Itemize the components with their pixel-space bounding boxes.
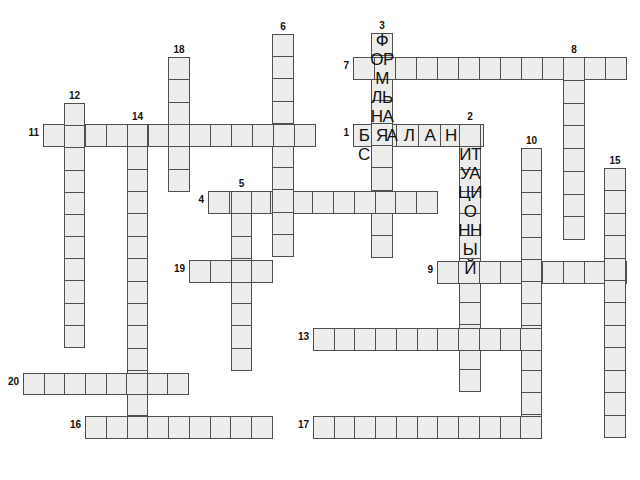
cell-14-5[interactable] [128, 214, 147, 235]
cell-4-3[interactable] [251, 192, 271, 213]
cell-12-4[interactable] [65, 171, 84, 192]
cell-9-8[interactable] [585, 262, 605, 283]
answer-word-1-4: А [425, 127, 436, 145]
clue-number-7: 7 [343, 61, 349, 71]
cell-7-13[interactable] [606, 58, 626, 79]
cell-10-11[interactable] [522, 371, 541, 392]
answer-word-2: ИТУАЦИОННЫЙ [458, 145, 482, 278]
clue-number-10: 10 [526, 136, 537, 146]
cell-17-3[interactable] [355, 417, 375, 438]
cell-7-6[interactable] [459, 58, 479, 79]
cell-7-12[interactable] [585, 58, 605, 79]
cell-2-9[interactable] [460, 303, 480, 324]
clue-number-2: 2 [467, 112, 473, 122]
cell-19-1[interactable] [190, 261, 210, 282]
cell-20-6[interactable] [127, 374, 147, 394]
cell-3-7[interactable] [372, 168, 392, 189]
cell-18-5[interactable] [169, 147, 189, 168]
cell-2-12[interactable] [460, 370, 480, 391]
cell-15-4[interactable] [605, 236, 625, 257]
cell-5-6[interactable] [232, 304, 251, 325]
cell-10-12[interactable] [522, 393, 541, 414]
answer-word-1-3: Л [404, 127, 415, 145]
cell-12-1[interactable] [65, 104, 84, 125]
cell-13-11[interactable] [521, 329, 541, 350]
cell-6-6[interactable] [273, 146, 293, 167]
cell-13-5[interactable] [397, 329, 417, 350]
cell-12-10[interactable] [65, 304, 84, 325]
cell-11-11[interactable] [253, 125, 273, 146]
cell-16-1[interactable] [86, 417, 106, 438]
cell-6-10[interactable] [273, 235, 293, 256]
cell-4-6[interactable] [313, 192, 333, 213]
cell-10-3[interactable] [522, 193, 541, 214]
cell-15-2[interactable] [605, 191, 625, 212]
clue-number-19: 19 [174, 264, 185, 274]
cell-20-8[interactable] [168, 374, 188, 394]
clue-number-11: 11 [28, 128, 39, 138]
cell-10-1[interactable] [522, 149, 541, 170]
word-13-across [313, 328, 542, 351]
word-8-down [563, 57, 585, 240]
cell-6-4[interactable] [273, 102, 293, 123]
answer-word-1-2: А [387, 127, 398, 145]
cell-20-5[interactable] [107, 374, 127, 394]
cell-12-5[interactable] [65, 193, 84, 214]
cell-4-11[interactable] [417, 192, 437, 213]
cell-14-6[interactable] [128, 237, 147, 258]
cell-11-10[interactable] [232, 125, 252, 146]
cell-5-1[interactable] [232, 192, 251, 213]
cell-7-4[interactable] [417, 58, 437, 79]
cell-17-9[interactable] [480, 417, 500, 438]
cell-16-4[interactable] [148, 417, 168, 438]
cell-17-5[interactable] [397, 417, 417, 438]
cell-3-9[interactable] [372, 213, 392, 234]
cell-19-3[interactable] [232, 261, 252, 282]
cell-14-4[interactable] [128, 192, 147, 213]
cell-9-4[interactable] [501, 262, 521, 283]
cell-13-4[interactable] [376, 329, 396, 350]
cell-6-9[interactable] [273, 213, 293, 234]
cell-4-1[interactable] [209, 192, 229, 213]
cell-17-7[interactable] [438, 417, 458, 438]
word-17-across [313, 416, 542, 439]
cell-4-7[interactable] [334, 192, 354, 213]
cell-17-6[interactable] [418, 417, 438, 438]
cell-11-1[interactable] [44, 125, 64, 146]
word-18-down [168, 57, 190, 192]
cell-7-8[interactable] [501, 58, 521, 79]
word-7-across [353, 57, 627, 80]
cell-16-8[interactable] [231, 417, 251, 438]
cell-4-8[interactable] [355, 192, 375, 213]
cell-18-4[interactable] [169, 125, 189, 146]
cell-11-3[interactable] [86, 125, 106, 146]
cell-16-7[interactable] [211, 417, 231, 438]
cell-4-10[interactable] [396, 192, 416, 213]
cell-15-7[interactable] [605, 303, 625, 324]
cell-5-7[interactable] [232, 326, 251, 347]
cell-12-9[interactable] [65, 281, 84, 302]
clue-number-14: 14 [132, 112, 143, 122]
cell-17-2[interactable] [335, 417, 355, 438]
cell-15-9[interactable] [605, 348, 625, 369]
cell-10-8[interactable] [522, 304, 541, 325]
cell-7-7[interactable] [480, 58, 500, 79]
cell-18-6[interactable] [169, 170, 189, 191]
cell-18-3[interactable] [169, 103, 189, 124]
clue-number-6: 6 [280, 22, 286, 32]
cell-18-1[interactable] [169, 58, 189, 79]
word-15-down [604, 168, 626, 438]
clue-number-13: 13 [298, 332, 309, 342]
cell-13-3[interactable] [355, 329, 375, 350]
cell-8-2[interactable] [564, 81, 584, 103]
cell-18-2[interactable] [169, 80, 189, 101]
cell-7-10[interactable] [543, 58, 563, 79]
cell-10-6[interactable] [522, 260, 541, 281]
clue-number-9: 9 [427, 265, 433, 275]
cell-10-4[interactable] [522, 215, 541, 236]
cell-15-10[interactable] [605, 371, 625, 392]
clue-number-16: 16 [70, 420, 81, 430]
cell-14-10[interactable] [128, 326, 147, 347]
clue-number-8: 8 [571, 45, 577, 55]
cell-15-11[interactable] [605, 393, 625, 414]
cell-16-9[interactable] [252, 417, 272, 438]
cell-14-11[interactable] [128, 349, 147, 370]
cell-4-5[interactable] [292, 192, 312, 213]
clue-number-15: 15 [609, 156, 620, 166]
word-10-down [521, 148, 542, 437]
cell-12-3[interactable] [65, 148, 84, 169]
cell-20-2[interactable] [45, 374, 65, 394]
cell-17-10[interactable] [501, 417, 521, 438]
cell-17-11[interactable] [521, 417, 541, 438]
cell-15-5[interactable] [605, 259, 625, 280]
cell-16-2[interactable] [107, 417, 127, 438]
cell-8-6[interactable] [564, 172, 584, 194]
clue-number-12: 12 [69, 91, 80, 101]
cell-11-4[interactable] [107, 125, 127, 146]
cell-10-10[interactable] [522, 348, 541, 369]
cell-11-6[interactable] [149, 125, 169, 146]
clue-number-1: 1 [343, 128, 349, 138]
cell-17-4[interactable] [376, 417, 396, 438]
cell-6-7[interactable] [273, 168, 293, 189]
word-19-across [189, 260, 273, 283]
cell-13-2[interactable] [335, 329, 355, 350]
cell-17-1[interactable] [314, 417, 334, 438]
cell-15-1[interactable] [605, 169, 625, 190]
cell-8-3[interactable] [564, 104, 584, 126]
cell-16-6[interactable] [190, 417, 210, 438]
cell-8-1[interactable] [564, 58, 584, 80]
cell-8-7[interactable] [564, 195, 584, 217]
cell-12-7[interactable] [65, 237, 84, 258]
clue-number-20: 20 [8, 377, 19, 387]
clue-number-5: 5 [239, 179, 245, 189]
cell-5-3[interactable] [232, 237, 251, 258]
cell-3-6[interactable] [372, 146, 392, 167]
cell-19-4[interactable] [252, 261, 272, 282]
cell-10-5[interactable] [522, 238, 541, 259]
cell-13-1[interactable] [314, 329, 334, 350]
cell-20-1[interactable] [24, 374, 44, 394]
cell-13-9[interactable] [480, 329, 500, 350]
answer-word-1-1: Б [359, 127, 370, 145]
cell-5-2[interactable] [232, 214, 251, 235]
cell-17-8[interactable] [459, 417, 479, 438]
word-16-across [85, 416, 273, 439]
cell-8-4[interactable] [564, 126, 584, 148]
crossword-board: 1234567891011121314151617181920ФОРМЛЬНАЯ… [0, 0, 640, 480]
cell-10-7[interactable] [522, 282, 541, 303]
clue-number-3: 3 [379, 21, 385, 31]
cell-9-1[interactable] [438, 262, 458, 283]
cell-7-9[interactable] [522, 58, 542, 79]
word-12-down [64, 103, 85, 348]
cell-9-6[interactable] [543, 262, 563, 283]
cell-14-1[interactable] [128, 125, 147, 146]
cell-11-13[interactable] [295, 125, 315, 146]
answer-word-1-6-wrapped: С [358, 146, 370, 164]
cell-7-5[interactable] [438, 58, 458, 79]
cell-5-5[interactable] [232, 282, 251, 303]
cell-5-8[interactable] [232, 349, 251, 370]
cell-14-13[interactable] [128, 393, 147, 414]
cell-14-2[interactable] [128, 147, 147, 168]
cell-15-3[interactable] [605, 214, 625, 235]
cell-12-2[interactable] [65, 126, 84, 147]
cell-6-3[interactable] [273, 79, 293, 100]
cell-15-6[interactable] [605, 281, 625, 302]
cell-12-11[interactable] [65, 326, 84, 347]
cell-12-6[interactable] [65, 215, 84, 236]
cell-15-8[interactable] [605, 326, 625, 347]
cell-19-2[interactable] [211, 261, 231, 282]
cell-11-12[interactable] [274, 125, 294, 146]
cell-6-8[interactable] [273, 190, 293, 211]
cell-16-5[interactable] [169, 417, 189, 438]
cell-7-3[interactable] [396, 58, 416, 79]
cell-8-5[interactable] [564, 149, 584, 171]
cell-13-7[interactable] [438, 329, 458, 350]
cell-20-4[interactable] [86, 374, 106, 394]
cell-14-8[interactable] [128, 282, 147, 303]
cell-4-9[interactable] [376, 192, 396, 213]
cell-20-3[interactable] [65, 374, 85, 394]
cell-11-9[interactable] [211, 125, 231, 146]
clue-number-18: 18 [173, 45, 184, 55]
cell-6-1[interactable] [273, 35, 293, 56]
cell-9-7[interactable] [564, 262, 584, 283]
cell-2-1[interactable] [460, 125, 480, 146]
cell-15-12[interactable] [605, 416, 625, 437]
answer-word-1-5: Н [445, 127, 457, 145]
cell-14-9[interactable] [128, 304, 147, 325]
cell-8-8[interactable] [564, 217, 584, 239]
cell-13-8[interactable] [459, 329, 479, 350]
cell-3-10[interactable] [372, 236, 392, 257]
cell-9-3[interactable] [480, 262, 500, 283]
clue-number-17: 17 [298, 420, 309, 430]
cell-11-8[interactable] [190, 125, 210, 146]
cell-14-7[interactable] [128, 259, 147, 280]
cell-10-2[interactable] [522, 171, 541, 192]
cell-13-6[interactable] [418, 329, 438, 350]
cell-16-3[interactable] [128, 417, 148, 438]
cell-14-3[interactable] [128, 170, 147, 191]
cell-20-7[interactable] [148, 374, 168, 394]
cell-13-10[interactable] [501, 329, 521, 350]
clue-number-4: 4 [198, 195, 204, 205]
cell-6-2[interactable] [273, 57, 293, 78]
word-20-across [23, 373, 189, 395]
cell-12-8[interactable] [65, 259, 84, 280]
